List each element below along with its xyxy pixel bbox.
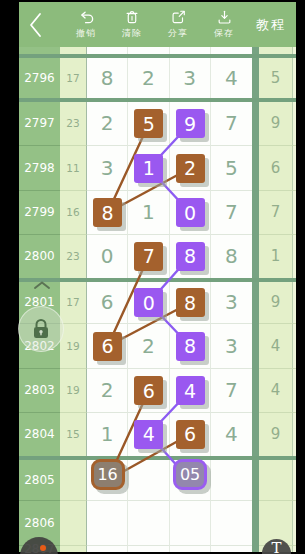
digit-cell[interactable]: 1	[128, 191, 169, 236]
next-column-sliver	[293, 191, 296, 236]
digit-cell[interactable]: 7	[211, 102, 252, 147]
period-cell: 2800	[19, 235, 60, 278]
clear-label: 清除	[122, 27, 142, 40]
purple-mark-square[interactable]: 1	[134, 154, 163, 183]
period-cell: 2798	[19, 146, 60, 191]
share-button[interactable]: 分享	[159, 9, 197, 40]
table-row: 2805	[19, 460, 296, 501]
brown-mark-square[interactable]: 6	[134, 376, 163, 405]
digit-cell[interactable]	[128, 47, 169, 54]
digit-cell[interactable]: 2	[128, 324, 169, 369]
digit-cell[interactable]: 8	[211, 235, 252, 278]
purple-number-box[interactable]: 05	[173, 459, 207, 490]
tail-cell: 9	[259, 282, 293, 325]
group-separator	[19, 456, 296, 460]
sum-cell: 17	[60, 282, 87, 325]
period-cell: 2799	[19, 191, 60, 236]
period-cell: 2797	[19, 102, 60, 147]
digit-cell[interactable]	[87, 47, 128, 54]
digit-cell[interactable]	[170, 546, 211, 553]
digit-cell[interactable]	[128, 460, 169, 501]
digit-cell[interactable]: 2	[87, 102, 128, 147]
purple-mark-square[interactable]: 0	[176, 198, 205, 227]
digit-cell[interactable]: 4	[211, 58, 252, 98]
brown-mark-square[interactable]: 5	[134, 109, 163, 138]
digit-cell[interactable]	[128, 501, 169, 546]
undo-label: 撤销	[76, 27, 96, 40]
purple-mark-square[interactable]: 8	[176, 242, 205, 271]
sum-cell: 19	[60, 369, 87, 413]
tail-cell: 4	[259, 369, 293, 413]
digit-cell[interactable]: 8	[87, 58, 128, 98]
digit-cell[interactable]: 4	[211, 413, 252, 457]
group-divider	[252, 413, 259, 457]
period-cell: 2804	[19, 413, 60, 457]
group-divider	[252, 460, 259, 501]
digit-cell[interactable]: 1	[87, 413, 128, 457]
period-cell	[19, 47, 60, 54]
group-separator	[19, 98, 296, 102]
purple-mark-square[interactable]: 4	[134, 420, 163, 449]
digit-cell[interactable]: 3	[170, 58, 211, 98]
digit-cell[interactable]: 3	[211, 282, 252, 325]
lock-button[interactable]	[18, 306, 64, 352]
digit-cell[interactable]: 5	[211, 146, 252, 191]
digit-cell[interactable]	[211, 501, 252, 546]
sum-cell: 23	[60, 235, 87, 278]
top-toolbar: 撤销 清除 分享 保存	[19, 2, 296, 47]
next-column-sliver	[293, 47, 296, 54]
sum-cell: 16	[60, 191, 87, 236]
period-cell: 2805	[19, 460, 60, 501]
period-cell: 2803	[19, 369, 60, 413]
save-label: 保存	[214, 27, 234, 40]
undo-button[interactable]: 撤销	[67, 9, 105, 40]
digit-cell[interactable]	[211, 47, 252, 54]
group-divider	[252, 324, 259, 369]
tail-cell: 9	[259, 102, 293, 147]
tail-cell: 5	[259, 58, 293, 98]
tail-cell: 4	[259, 324, 293, 369]
table-row: 27991681077	[19, 191, 296, 236]
sum-cell: 19	[60, 324, 87, 369]
group-divider	[252, 102, 259, 147]
sum-cell: 11	[60, 146, 87, 191]
table-row	[19, 47, 296, 54]
next-column-sliver	[293, 413, 296, 457]
digit-cell[interactable]	[87, 546, 128, 553]
period-cell: 2796	[19, 58, 60, 98]
next-column-sliver	[293, 369, 296, 413]
purple-mark-square[interactable]: 0	[134, 288, 163, 317]
brown-mark-square[interactable]: 8	[176, 288, 205, 317]
next-column-sliver	[293, 235, 296, 278]
digit-cell[interactable]: 6	[87, 282, 128, 325]
text-tool-label: T	[271, 539, 281, 554]
group-divider	[252, 282, 259, 325]
brown-mark-square[interactable]: 7	[134, 242, 163, 271]
record-dot-icon	[40, 545, 46, 551]
group-divider	[252, 47, 259, 54]
tail-cell: 6	[259, 146, 293, 191]
brown-number-box[interactable]: 16	[91, 459, 125, 490]
next-column-sliver	[293, 282, 296, 325]
group-divider	[252, 369, 259, 413]
next-column-sliver	[293, 546, 296, 553]
save-button[interactable]: 保存	[205, 9, 243, 40]
digit-cell[interactable]: 0	[87, 235, 128, 278]
trash-icon	[124, 9, 140, 25]
purple-mark-square[interactable]: 9	[176, 109, 205, 138]
sum-cell: 15	[60, 413, 87, 457]
digit-cell[interactable]: 2	[87, 369, 128, 413]
table-row: 2807	[19, 546, 296, 553]
next-column-sliver	[293, 324, 296, 369]
collapse-chevron-icon[interactable]	[32, 275, 52, 294]
digit-cell[interactable]	[211, 460, 252, 501]
lock-icon	[31, 318, 51, 340]
group-separator	[19, 54, 296, 58]
lottery-trend-app-screen: 撤销 清除 分享 保存	[0, 0, 305, 554]
group-divider	[252, 58, 259, 98]
sum-cell: 23	[60, 102, 87, 147]
group-divider	[252, 191, 259, 236]
save-icon	[216, 9, 233, 25]
digit-cell[interactable]: 7	[211, 369, 252, 413]
table-row: 27961782345	[19, 58, 296, 98]
brown-mark-square[interactable]: 6	[93, 332, 122, 361]
digit-cell[interactable]	[211, 546, 252, 553]
group-separator	[19, 278, 296, 282]
brown-mark-square[interactable]: 6	[176, 420, 205, 449]
digit-cell[interactable]	[170, 47, 211, 54]
next-column-sliver	[293, 58, 296, 98]
purple-mark-square[interactable]: 8	[176, 332, 205, 361]
sum-cell	[60, 546, 87, 553]
tail-cell: 7	[259, 191, 293, 236]
digit-cell[interactable]: 3	[87, 146, 128, 191]
share-icon	[170, 9, 187, 25]
sum-cell	[60, 47, 87, 54]
purple-mark-square[interactable]: 4	[176, 376, 205, 405]
digit-cell[interactable]: 7	[211, 191, 252, 236]
sum-cell	[60, 460, 87, 501]
back-button[interactable]	[27, 11, 45, 39]
table-row: 2806	[19, 501, 296, 546]
group-divider	[252, 546, 259, 553]
clear-button[interactable]: 清除	[113, 9, 151, 40]
undo-icon	[78, 9, 95, 25]
group-divider	[252, 146, 259, 191]
back-chevron-icon	[27, 11, 45, 39]
tail-cell	[259, 460, 293, 501]
brown-mark-square[interactable]: 2	[176, 154, 205, 183]
digit-cell[interactable]: 2	[128, 58, 169, 98]
tail-cell: 9	[259, 413, 293, 457]
next-column-sliver	[293, 102, 296, 147]
next-column-sliver	[293, 501, 296, 546]
digit-cell[interactable]	[128, 546, 169, 553]
sum-cell	[60, 501, 87, 546]
group-divider	[252, 235, 259, 278]
tutorial-button[interactable]: 教程	[256, 16, 286, 34]
share-label: 分享	[168, 27, 188, 40]
brown-mark-square[interactable]: 8	[93, 198, 122, 227]
digit-cell[interactable]: 3	[211, 324, 252, 369]
next-column-sliver	[293, 146, 296, 191]
digit-cell[interactable]	[87, 501, 128, 546]
digit-cell[interactable]	[170, 501, 211, 546]
next-column-sliver	[293, 460, 296, 501]
tail-cell: 1	[259, 235, 293, 278]
tail-cell	[259, 47, 293, 54]
group-divider	[252, 501, 259, 546]
sum-cell: 17	[60, 58, 87, 98]
